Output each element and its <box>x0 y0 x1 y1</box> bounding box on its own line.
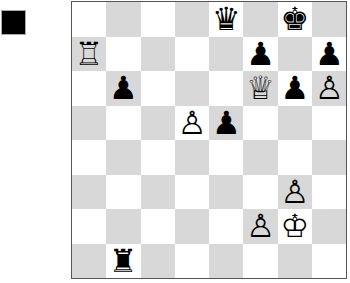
square-d5[interactable]: ♙ <box>175 106 209 141</box>
square-e4[interactable] <box>209 140 243 175</box>
white-queen[interactable]: ♕ <box>246 72 275 104</box>
square-f6[interactable]: ♕ <box>243 71 277 106</box>
square-e5[interactable]: ♟ <box>209 106 243 141</box>
white-pawn[interactable]: ♙ <box>281 176 310 208</box>
white-king[interactable]: ♔ <box>281 210 310 242</box>
square-h2[interactable] <box>312 209 346 244</box>
square-d3[interactable] <box>175 175 209 210</box>
white-pawn[interactable]: ♙ <box>315 72 344 104</box>
square-e6[interactable] <box>209 71 243 106</box>
square-c3[interactable] <box>141 175 175 210</box>
square-b6[interactable]: ♟ <box>106 71 140 106</box>
square-f8[interactable] <box>243 2 277 37</box>
square-f4[interactable] <box>243 140 277 175</box>
square-a3[interactable] <box>72 175 106 210</box>
square-b5[interactable] <box>106 106 140 141</box>
square-c1[interactable] <box>141 244 175 279</box>
black-queen[interactable]: ♛ <box>212 3 241 35</box>
square-h5[interactable] <box>312 106 346 141</box>
black-rook[interactable]: ♜ <box>109 245 138 277</box>
square-g5[interactable] <box>278 106 312 141</box>
black-pawn[interactable]: ♟ <box>246 38 275 70</box>
white-pawn[interactable]: ♙ <box>178 107 207 139</box>
black-pawn[interactable]: ♟ <box>212 107 241 139</box>
square-g2[interactable]: ♔ <box>278 209 312 244</box>
black-pawn[interactable]: ♟ <box>281 72 310 104</box>
square-a5[interactable] <box>72 106 106 141</box>
square-a4[interactable] <box>72 140 106 175</box>
square-d8[interactable] <box>175 2 209 37</box>
square-e1[interactable] <box>209 244 243 279</box>
square-a7[interactable]: ♖ <box>72 37 106 72</box>
square-e2[interactable] <box>209 209 243 244</box>
black-pawn[interactable]: ♟ <box>315 38 344 70</box>
square-a6[interactable] <box>72 71 106 106</box>
white-pawn[interactable]: ♙ <box>246 210 275 242</box>
square-b8[interactable] <box>106 2 140 37</box>
square-c8[interactable] <box>141 2 175 37</box>
square-h8[interactable] <box>312 2 346 37</box>
square-g3[interactable]: ♙ <box>278 175 312 210</box>
square-h3[interactable] <box>312 175 346 210</box>
square-a8[interactable] <box>72 2 106 37</box>
square-f2[interactable]: ♙ <box>243 209 277 244</box>
square-h7[interactable]: ♟ <box>312 37 346 72</box>
square-b2[interactable] <box>106 209 140 244</box>
square-g8[interactable]: ♚ <box>278 2 312 37</box>
square-f7[interactable]: ♟ <box>243 37 277 72</box>
square-c4[interactable] <box>141 140 175 175</box>
square-c6[interactable] <box>141 71 175 106</box>
square-h6[interactable]: ♙ <box>312 71 346 106</box>
square-f1[interactable] <box>243 244 277 279</box>
square-c5[interactable] <box>141 106 175 141</box>
square-f3[interactable] <box>243 175 277 210</box>
square-e3[interactable] <box>209 175 243 210</box>
square-b7[interactable] <box>106 37 140 72</box>
black-to-move-indicator <box>1 10 26 35</box>
black-king[interactable]: ♚ <box>281 3 310 35</box>
white-rook[interactable]: ♖ <box>75 38 104 70</box>
square-d4[interactable] <box>175 140 209 175</box>
square-b3[interactable] <box>106 175 140 210</box>
square-h1[interactable] <box>312 244 346 279</box>
square-d1[interactable] <box>175 244 209 279</box>
black-pawn[interactable]: ♟ <box>109 72 138 104</box>
square-d2[interactable] <box>175 209 209 244</box>
square-a2[interactable] <box>72 209 106 244</box>
square-b1[interactable]: ♜ <box>106 244 140 279</box>
square-h4[interactable] <box>312 140 346 175</box>
square-a1[interactable] <box>72 244 106 279</box>
square-c7[interactable] <box>141 37 175 72</box>
square-d6[interactable] <box>175 71 209 106</box>
square-g7[interactable] <box>278 37 312 72</box>
square-c2[interactable] <box>141 209 175 244</box>
square-d7[interactable] <box>175 37 209 72</box>
square-b4[interactable] <box>106 140 140 175</box>
square-e7[interactable] <box>209 37 243 72</box>
chess-board: ♛♚♖♟♟♟♕♟♙♙♟♙♙♔♜ <box>71 1 347 279</box>
square-g4[interactable] <box>278 140 312 175</box>
square-g1[interactable] <box>278 244 312 279</box>
square-e8[interactable]: ♛ <box>209 2 243 37</box>
square-g6[interactable]: ♟ <box>278 71 312 106</box>
square-f5[interactable] <box>243 106 277 141</box>
